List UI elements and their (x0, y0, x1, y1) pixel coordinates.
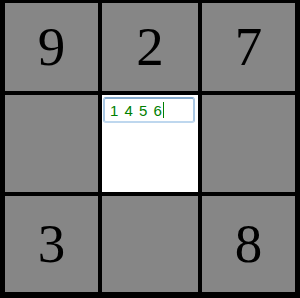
cell-r3c2[interactable] (102, 196, 198, 292)
candidate-text: 1 4 5 6 (110, 103, 163, 118)
cell-r2c2[interactable]: 1 4 5 6 (102, 95, 198, 192)
candidate-input[interactable]: 1 4 5 6 (103, 97, 195, 123)
text-caret-icon (163, 102, 164, 118)
cell-digit: 3 (38, 216, 66, 271)
cell-r3c3[interactable]: 8 (202, 196, 295, 292)
sudoku-board: 9 2 7 1 4 5 6 3 8 (0, 0, 300, 298)
cell-digit: 7 (235, 19, 263, 74)
cell-r2c3[interactable] (202, 95, 295, 192)
cell-r2c1[interactable] (5, 95, 98, 192)
cell-r1c1[interactable]: 9 (5, 3, 98, 91)
cell-r1c2[interactable]: 2 (102, 3, 198, 91)
cell-r1c3[interactable]: 7 (202, 3, 295, 91)
cell-digit: 8 (235, 216, 263, 271)
cell-r3c1[interactable]: 3 (5, 196, 98, 292)
cell-digit: 2 (136, 19, 164, 74)
cell-digit: 9 (38, 19, 66, 74)
